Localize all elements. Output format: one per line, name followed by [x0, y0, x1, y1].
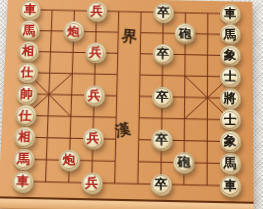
piece-red-soldier[interactable]: 兵 [81, 172, 103, 194]
piece-red-cannon[interactable]: 炮 [58, 149, 80, 171]
piece-red-chariot[interactable]: 車 [11, 170, 33, 192]
piece-red-soldier[interactable]: 兵 [85, 42, 106, 63]
piece-black-soldier[interactable]: 卒 [151, 86, 172, 107]
xiangqi-board[interactable]: 界 漢 車馬相仕帥仕相馬車炮炮兵兵兵兵兵卒卒卒卒卒砲砲車馬象士將士象馬車 [0, 0, 254, 209]
piece-black-general[interactable]: 將 [220, 88, 241, 109]
piece-black-chariot[interactable]: 車 [219, 175, 240, 197]
piece-black-soldier[interactable]: 卒 [150, 173, 172, 195]
piece-red-soldier[interactable]: 兵 [86, 1, 107, 21]
piece-black-advisor[interactable]: 士 [219, 109, 240, 130]
piece-red-horse[interactable]: 馬 [12, 148, 34, 170]
river-character-top: 界 [121, 28, 138, 45]
piece-black-soldier[interactable]: 卒 [151, 129, 172, 151]
piece-black-soldier[interactable]: 卒 [153, 2, 174, 22]
piece-black-horse[interactable]: 馬 [219, 153, 240, 175]
piece-red-soldier[interactable]: 兵 [82, 128, 104, 150]
photo-scene: 界 漢 車馬相仕帥仕相馬車炮炮兵兵兵兵兵卒卒卒卒卒砲砲車馬象士將士象馬車 [0, 0, 263, 209]
piece-red-soldier[interactable]: 兵 [83, 85, 105, 106]
piece-black-soldier[interactable]: 卒 [152, 44, 173, 65]
river-character-bottom: 漢 [114, 121, 132, 139]
piece-red-general[interactable]: 帥 [15, 83, 37, 104]
piece-black-chariot[interactable]: 車 [220, 4, 241, 24]
piece-black-elephant[interactable]: 象 [219, 131, 240, 153]
board-surface[interactable]: 界 漢 車馬相仕帥仕相馬車炮炮兵兵兵兵兵卒卒卒卒卒砲砲車馬象士將士象馬車 [0, 0, 254, 202]
piece-red-chariot[interactable]: 車 [19, 0, 40, 20]
piece-black-horse[interactable]: 馬 [220, 24, 241, 45]
piece-red-advisor[interactable]: 仕 [16, 62, 38, 83]
piece-red-elephant[interactable]: 相 [17, 41, 39, 62]
piece-black-elephant[interactable]: 象 [220, 45, 241, 66]
piece-black-advisor[interactable]: 士 [220, 66, 241, 87]
piece-red-elephant[interactable]: 相 [13, 127, 35, 149]
piece-black-cannon[interactable]: 砲 [173, 152, 194, 174]
